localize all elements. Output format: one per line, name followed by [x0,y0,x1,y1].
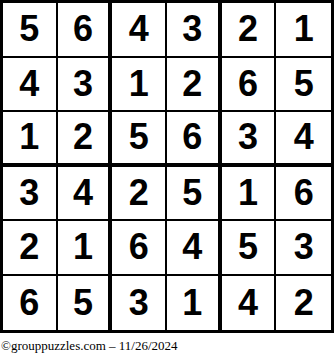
cell-r6c3: 3 [112,276,167,331]
copyright-text: ©grouppuzzles.com – 11/26/2024 [1,338,178,354]
cell-r3c3: 5 [112,112,167,167]
cell-r5c2: 1 [58,221,113,276]
cell-r4c2: 4 [58,167,113,222]
cell-r5c6: 3 [276,221,331,276]
cell-r4c1: 3 [3,167,58,222]
cell-r3c5: 3 [222,112,277,167]
cell-r1c4: 3 [167,3,222,58]
cell-r1c5: 2 [222,3,277,58]
cell-r2c5: 6 [222,58,277,113]
sudoku-board: 564321431265125634342516216453653142 [0,0,334,333]
cell-r1c6: 1 [276,3,331,58]
cell-r1c2: 6 [58,3,113,58]
cell-r1c1: 5 [3,3,58,58]
cell-r6c4: 1 [167,276,222,331]
cell-r3c4: 6 [167,112,222,167]
cell-r2c6: 5 [276,58,331,113]
cell-r4c5: 1 [222,167,277,222]
cell-r2c1: 4 [3,58,58,113]
cell-r2c2: 3 [58,58,113,113]
cell-r4c3: 2 [112,167,167,222]
cell-r3c6: 4 [276,112,331,167]
cell-r2c3: 1 [112,58,167,113]
cell-r5c4: 4 [167,221,222,276]
cell-r4c4: 5 [167,167,222,222]
cell-r5c5: 5 [222,221,277,276]
cell-r3c2: 2 [58,112,113,167]
cell-r5c3: 6 [112,221,167,276]
cell-r6c6: 2 [276,276,331,331]
cell-r6c1: 6 [3,276,58,331]
cell-r3c1: 1 [3,112,58,167]
sudoku-page: 564321431265125634342516216453653142 ©gr… [0,0,335,357]
cell-r2c4: 2 [167,58,222,113]
cell-r1c3: 4 [112,3,167,58]
cell-r6c5: 4 [222,276,277,331]
cell-r5c1: 2 [3,221,58,276]
cell-r6c2: 5 [58,276,113,331]
cell-r4c6: 6 [276,167,331,222]
